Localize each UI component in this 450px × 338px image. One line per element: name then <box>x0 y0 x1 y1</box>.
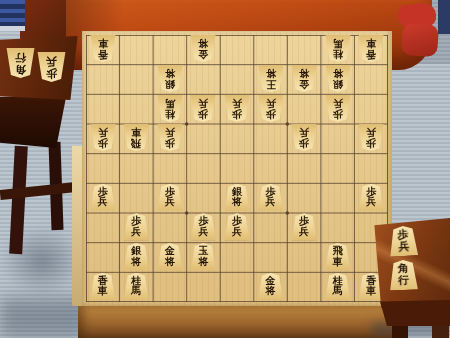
board-grid[interactable]: 香車金将桂馬香車銀将王将金将銀将桂馬歩兵歩兵歩兵歩兵歩兵飛車歩兵歩兵歩兵歩兵歩兵… <box>86 35 388 302</box>
stacked-books <box>0 0 25 31</box>
shogi-board: 香車金将桂馬香車銀将王将金将銀将桂馬歩兵歩兵歩兵歩兵歩兵飛車歩兵歩兵歩兵歩兵歩兵… <box>82 31 392 306</box>
komadai-right-front <box>380 300 450 326</box>
red-ornament <box>401 23 439 57</box>
photo-scene: 香車金将桂馬香車銀将王将金将銀将桂馬歩兵歩兵歩兵歩兵歩兵飛車歩兵歩兵歩兵歩兵歩兵… <box>0 0 450 338</box>
board-front-face <box>78 306 395 338</box>
navy-corner <box>438 0 450 34</box>
